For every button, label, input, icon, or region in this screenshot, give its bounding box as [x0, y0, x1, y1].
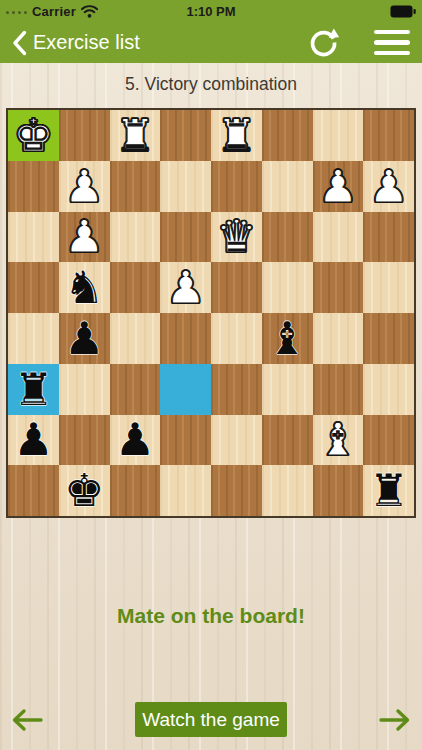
square-b8[interactable]: [59, 110, 110, 161]
square-f8[interactable]: [262, 110, 313, 161]
square-f7[interactable]: [262, 161, 313, 212]
status-bar: Carrier 1:10 PM: [0, 0, 422, 22]
square-c1[interactable]: [110, 465, 161, 516]
square-b3[interactable]: [59, 364, 110, 415]
square-e6[interactable]: ♛: [211, 212, 262, 263]
piece-black-pawn: ♟: [13, 417, 53, 462]
battery-icon: [390, 5, 416, 18]
square-e1[interactable]: [211, 465, 262, 516]
square-a6[interactable]: [8, 212, 59, 263]
chess-board: ♚♜♜♟♟♟♟♛♞♟♟♝♜♟♟♝♚♜: [8, 110, 414, 516]
square-b1[interactable]: ♚: [59, 465, 110, 516]
square-h2[interactable]: [363, 415, 414, 466]
piece-white-king: ♚: [13, 113, 53, 158]
refresh-button[interactable]: [307, 26, 340, 59]
square-d3[interactable]: [160, 364, 211, 415]
piece-black-knight: ♞: [64, 265, 104, 310]
square-e7[interactable]: [211, 161, 262, 212]
square-d4[interactable]: [160, 313, 211, 364]
piece-black-pawn: ♟: [64, 316, 104, 361]
square-b7[interactable]: ♟: [59, 161, 110, 212]
piece-black-pawn: ♟: [115, 417, 155, 462]
square-f4[interactable]: ♝: [262, 313, 313, 364]
square-g6[interactable]: [313, 212, 364, 263]
square-c4[interactable]: [110, 313, 161, 364]
back-chevron-icon: [12, 30, 27, 56]
clock-label: 1:10 PM: [0, 4, 422, 19]
board-frame: ♚♜♜♟♟♟♟♛♞♟♟♝♜♟♟♝♚♜: [6, 108, 416, 518]
square-b2[interactable]: [59, 415, 110, 466]
square-h4[interactable]: [363, 313, 414, 364]
square-c8[interactable]: ♜: [110, 110, 161, 161]
refresh-icon: [307, 26, 340, 59]
piece-white-pawn: ♟: [318, 164, 358, 209]
piece-white-pawn: ♟: [64, 214, 104, 259]
square-a2[interactable]: ♟: [8, 415, 59, 466]
square-f3[interactable]: [262, 364, 313, 415]
piece-black-rook: ♜: [13, 367, 53, 412]
square-g8[interactable]: [313, 110, 364, 161]
piece-white-queen: ♛: [216, 214, 256, 259]
square-e5[interactable]: [211, 262, 262, 313]
back-button[interactable]: Exercise list: [12, 30, 140, 56]
square-f5[interactable]: [262, 262, 313, 313]
square-h8[interactable]: [363, 110, 414, 161]
piece-white-pawn: ♟: [368, 164, 408, 209]
piece-white-pawn: ♟: [165, 265, 205, 310]
watch-game-button[interactable]: Watch the game: [135, 702, 287, 737]
status-right: [390, 5, 416, 18]
next-exercise-button[interactable]: [378, 703, 412, 737]
square-d5[interactable]: ♟: [160, 262, 211, 313]
square-c2[interactable]: ♟: [110, 415, 161, 466]
square-b6[interactable]: ♟: [59, 212, 110, 263]
square-a3[interactable]: ♜: [8, 364, 59, 415]
square-g4[interactable]: [313, 313, 364, 364]
square-h6[interactable]: [363, 212, 414, 263]
back-button-label: Exercise list: [33, 31, 140, 54]
piece-white-bishop: ♝: [318, 417, 358, 462]
piece-black-bishop: ♝: [267, 316, 307, 361]
square-h3[interactable]: [363, 364, 414, 415]
square-h7[interactable]: ♟: [363, 161, 414, 212]
square-f1[interactable]: [262, 465, 313, 516]
left-arrow-icon: [11, 708, 43, 732]
right-arrow-icon: [379, 708, 411, 732]
hamburger-icon: [374, 30, 410, 35]
square-e8[interactable]: ♜: [211, 110, 262, 161]
mate-status-message: Mate on the board!: [0, 604, 422, 628]
square-c6[interactable]: [110, 212, 161, 263]
square-c7[interactable]: [110, 161, 161, 212]
navbar-actions: [307, 26, 410, 59]
square-g1[interactable]: [313, 465, 364, 516]
square-a8[interactable]: ♚: [8, 110, 59, 161]
square-h5[interactable]: [363, 262, 414, 313]
square-d8[interactable]: [160, 110, 211, 161]
square-b5[interactable]: ♞: [59, 262, 110, 313]
square-g2[interactable]: ♝: [313, 415, 364, 466]
square-g3[interactable]: [313, 364, 364, 415]
square-a5[interactable]: [8, 262, 59, 313]
square-b4[interactable]: ♟: [59, 313, 110, 364]
piece-white-rook: ♜: [115, 113, 155, 158]
exercise-title: 5. Victory combination: [0, 74, 422, 95]
square-d1[interactable]: [160, 465, 211, 516]
square-g5[interactable]: [313, 262, 364, 313]
square-d6[interactable]: [160, 212, 211, 263]
square-a1[interactable]: [8, 465, 59, 516]
square-e2[interactable]: [211, 415, 262, 466]
navigation-bar: Exercise list: [0, 22, 422, 63]
square-g7[interactable]: ♟: [313, 161, 364, 212]
menu-button[interactable]: [374, 30, 410, 56]
square-f2[interactable]: [262, 415, 313, 466]
square-e4[interactable]: [211, 313, 262, 364]
piece-black-rook: ♜: [368, 468, 408, 513]
piece-white-pawn: ♟: [64, 164, 104, 209]
square-h1[interactable]: ♜: [363, 465, 414, 516]
square-d7[interactable]: [160, 161, 211, 212]
square-e3[interactable]: [211, 364, 262, 415]
square-c3[interactable]: [110, 364, 161, 415]
previous-exercise-button[interactable]: [10, 703, 44, 737]
piece-black-king: ♚: [64, 468, 104, 513]
square-f6[interactable]: [262, 212, 313, 263]
app-screen: Carrier 1:10 PM Exercise list: [0, 0, 422, 750]
square-d2[interactable]: [160, 415, 211, 466]
piece-white-rook: ♜: [216, 113, 256, 158]
square-a4[interactable]: [8, 313, 59, 364]
square-a7[interactable]: [8, 161, 59, 212]
square-c5[interactable]: [110, 262, 161, 313]
